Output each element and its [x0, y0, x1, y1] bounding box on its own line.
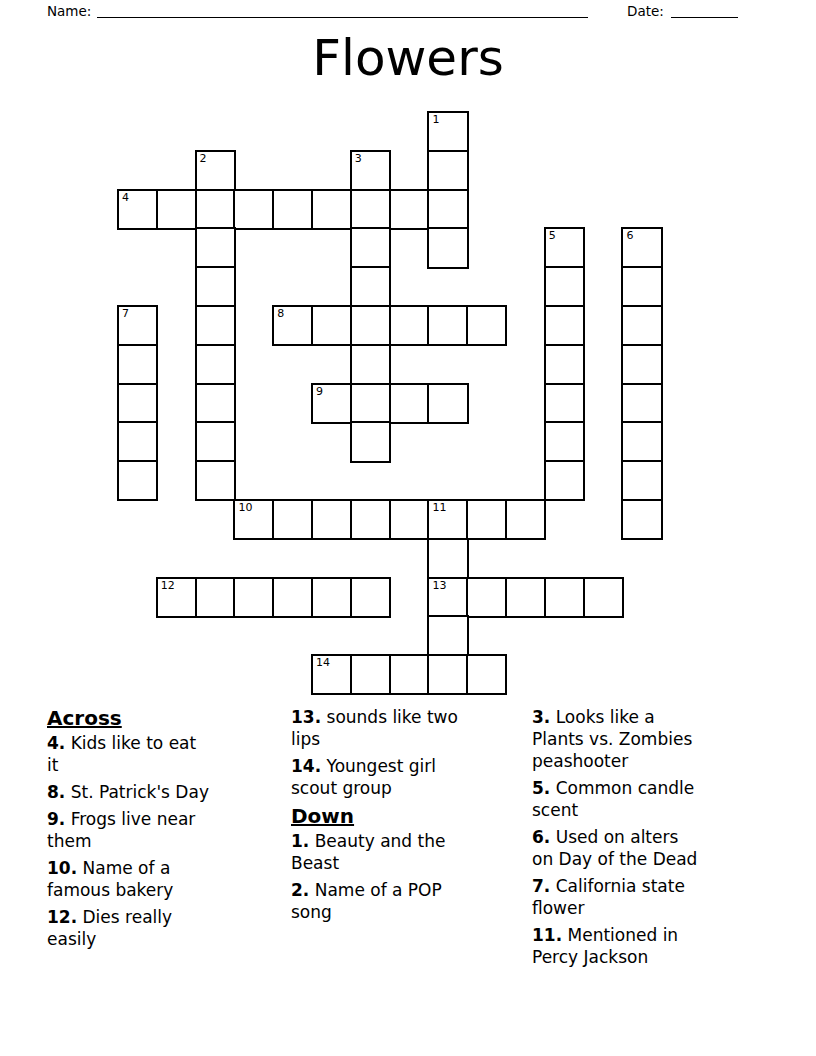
clue-across-14-line-2: scout group — [291, 777, 521, 799]
clue-number-label: 3. — [532, 707, 550, 727]
grid-cell-r7c13[interactable] — [621, 383, 662, 424]
grid-cell-r2c5[interactable] — [311, 189, 352, 230]
clue-across-9-line-1: 9. Frogs live near — [47, 808, 267, 830]
grid-cell-r7c6[interactable] — [350, 383, 391, 424]
grid-cell-r7c8[interactable] — [427, 383, 468, 424]
grid-cell-r9c0[interactable] — [117, 460, 158, 501]
clue-across-4-line-2: it — [47, 754, 267, 776]
grid-cell-r2c7[interactable] — [389, 189, 430, 230]
clue-number-label: 9. — [47, 809, 65, 829]
grid-cell-r3c8[interactable] — [427, 227, 468, 268]
clue-across-9-line-2: them — [47, 830, 267, 852]
page-title: Flowers — [0, 30, 816, 86]
grid-cell-r12c6[interactable] — [350, 577, 391, 618]
grid-cell-r10c5[interactable] — [311, 499, 352, 540]
cell-number-9: 9 — [316, 386, 323, 398]
grid-cell-r9c2[interactable] — [195, 460, 236, 501]
clue-across-10-line-2: famous bakery — [47, 879, 267, 901]
grid-cell-r12c10[interactable] — [505, 577, 546, 618]
grid-cell-r10c13[interactable] — [621, 499, 662, 540]
grid-cell-r10c3[interactable]: 10 — [233, 499, 274, 540]
clue-down-7: 7. California stateflower — [532, 875, 767, 919]
grid-cell-r5c5[interactable] — [311, 305, 352, 346]
grid-cell-r5c0[interactable]: 7 — [117, 305, 158, 346]
grid-cell-r12c1[interactable]: 12 — [156, 577, 197, 618]
clue-down-3-line-1: 3. Looks like a — [532, 706, 767, 728]
grid-cell-r2c4[interactable] — [272, 189, 313, 230]
grid-cell-r5c4[interactable]: 8 — [272, 305, 313, 346]
across-heading: Across — [47, 706, 267, 730]
name-input-line[interactable] — [97, 2, 588, 18]
grid-cell-r10c6[interactable] — [350, 499, 391, 540]
clue-down-6: 6. Used on alterson Day of the Dead — [532, 826, 767, 870]
clue-down-1: 1. Beauty and theBeast — [291, 830, 521, 874]
grid-cell-r14c9[interactable] — [466, 654, 507, 695]
grid-cell-r4c6[interactable] — [350, 266, 391, 307]
grid-cell-r3c11[interactable]: 5 — [544, 227, 585, 268]
clue-across-10-line-1: 10. Name of a — [47, 857, 267, 879]
grid-cell-r2c8[interactable] — [427, 189, 468, 230]
grid-cell-r1c6[interactable]: 3 — [350, 150, 391, 191]
clue-across-13-line-1: 13. sounds like two — [291, 706, 521, 728]
grid-cell-r0c8[interactable]: 1 — [427, 111, 468, 152]
clue-down-1-line-2: Beast — [291, 852, 521, 874]
grid-cell-r10c9[interactable] — [466, 499, 507, 540]
cell-number-12: 12 — [161, 580, 175, 592]
grid-cell-r12c8[interactable]: 13 — [427, 577, 468, 618]
clue-across-12-line-1: 12. Dies really — [47, 906, 267, 928]
grid-cell-r8c2[interactable] — [195, 421, 236, 462]
cell-number-7: 7 — [122, 308, 129, 320]
grid-cell-r5c6[interactable] — [350, 305, 391, 346]
grid-cell-r6c6[interactable] — [350, 344, 391, 385]
grid-cell-r9c11[interactable] — [544, 460, 585, 501]
cell-number-5: 5 — [549, 230, 556, 242]
date-input-line[interactable] — [671, 2, 738, 18]
grid-cell-r7c7[interactable] — [389, 383, 430, 424]
clue-number-label: 14. — [291, 756, 321, 776]
clue-across-8-line-1: 8. St. Patrick's Day — [47, 781, 267, 803]
cell-number-10: 10 — [238, 502, 252, 514]
cell-number-3: 3 — [355, 153, 362, 165]
clue-across-4: 4. Kids like to eatit — [47, 732, 267, 776]
grid-cell-r8c13[interactable] — [621, 421, 662, 462]
clue-down-2: 2. Name of a POPsong — [291, 879, 521, 923]
grid-cell-r6c11[interactable] — [544, 344, 585, 385]
clue-across-14-line-1: 14. Youngest girl — [291, 755, 521, 777]
grid-cell-r3c2[interactable] — [195, 227, 236, 268]
clue-down-3-line-3: peashooter — [532, 750, 767, 772]
cell-number-2: 2 — [200, 153, 207, 165]
clue-down-7-line-1: 7. California state — [532, 875, 767, 897]
grid-cell-r8c0[interactable] — [117, 421, 158, 462]
grid-cell-r6c2[interactable] — [195, 344, 236, 385]
name-label: Name: — [47, 3, 91, 19]
clue-number-label: 2. — [291, 880, 309, 900]
grid-cell-r5c11[interactable] — [544, 305, 585, 346]
grid-cell-r12c12[interactable] — [583, 577, 624, 618]
grid-cell-r4c2[interactable] — [195, 266, 236, 307]
clue-down-11: 11. Mentioned inPercy Jackson — [532, 924, 767, 968]
grid-cell-r14c5[interactable]: 14 — [311, 654, 352, 695]
cell-number-14: 14 — [316, 657, 330, 669]
clue-number-label: 6. — [532, 827, 550, 847]
grid-cell-r5c2[interactable] — [195, 305, 236, 346]
clue-down-3-line-2: Plants vs. Zombies — [532, 728, 767, 750]
clue-number-label: 13. — [291, 707, 321, 727]
clue-number-label: 7. — [532, 876, 550, 896]
clue-number-label: 4. — [47, 733, 65, 753]
clue-down-11-line-2: Percy Jackson — [532, 946, 767, 968]
grid-cell-r2c0[interactable]: 4 — [117, 189, 158, 230]
grid-cell-r12c3[interactable] — [233, 577, 274, 618]
grid-cell-r3c13[interactable]: 6 — [621, 227, 662, 268]
grid-cell-r7c0[interactable] — [117, 383, 158, 424]
grid-cell-r4c13[interactable] — [621, 266, 662, 307]
grid-cell-r5c13[interactable] — [621, 305, 662, 346]
clue-down-2-line-2: song — [291, 901, 521, 923]
grid-cell-r12c11[interactable] — [544, 577, 585, 618]
cell-number-6: 6 — [626, 230, 633, 242]
clue-across-14: 14. Youngest girlscout group — [291, 755, 521, 799]
clue-across-13-line-2: lips — [291, 728, 521, 750]
grid-cell-r12c9[interactable] — [466, 577, 507, 618]
crossword-grid: 1234567891011121314 — [117, 111, 663, 696]
grid-cell-r10c7[interactable] — [389, 499, 430, 540]
clue-down-6-line-1: 6. Used on alters — [532, 826, 767, 848]
grid-cell-r2c3[interactable] — [233, 189, 274, 230]
clue-column-middle: 13. sounds like twolips14. Youngest girl… — [291, 706, 521, 928]
clue-number-label: 5. — [532, 778, 550, 798]
clue-number-label: 10. — [47, 858, 77, 878]
date-label: Date: — [627, 3, 664, 19]
grid-cell-r2c1[interactable] — [156, 189, 197, 230]
grid-cell-r5c9[interactable] — [466, 305, 507, 346]
clue-across-10: 10. Name of afamous bakery — [47, 857, 267, 901]
grid-cell-r5c7[interactable] — [389, 305, 430, 346]
grid-cell-r9c13[interactable] — [621, 460, 662, 501]
grid-cell-r12c2[interactable] — [195, 577, 236, 618]
clue-across-12-line-2: easily — [47, 928, 267, 950]
grid-cell-r14c6[interactable] — [350, 654, 391, 695]
down-heading: Down — [291, 804, 521, 828]
grid-cell-r7c2[interactable] — [195, 383, 236, 424]
clue-down-5-line-1: 5. Common candle — [532, 777, 767, 799]
grid-cell-r14c7[interactable] — [389, 654, 430, 695]
grid-cell-r13c8[interactable] — [427, 615, 468, 656]
cell-number-11: 11 — [432, 502, 446, 514]
clue-across-9: 9. Frogs live nearthem — [47, 808, 267, 852]
clue-across-12: 12. Dies reallyeasily — [47, 906, 267, 950]
clue-number-label: 12. — [47, 907, 77, 927]
grid-cell-r1c2[interactable]: 2 — [195, 150, 236, 191]
grid-cell-r6c13[interactable] — [621, 344, 662, 385]
grid-cell-r7c11[interactable] — [544, 383, 585, 424]
grid-cell-r2c6[interactable] — [350, 189, 391, 230]
grid-cell-r3c6[interactable] — [350, 227, 391, 268]
clue-down-5-line-2: scent — [532, 799, 767, 821]
cell-number-13: 13 — [432, 580, 446, 592]
clue-number-label: 8. — [47, 782, 65, 802]
clue-number-label: 1. — [291, 831, 309, 851]
clue-across-8: 8. St. Patrick's Day — [47, 781, 267, 803]
grid-cell-r11c8[interactable] — [427, 538, 468, 579]
clue-down-11-line-1: 11. Mentioned in — [532, 924, 767, 946]
clue-number-label: 11. — [532, 925, 562, 945]
clue-column-right: 3. Looks like aPlants vs. Zombiespeashoo… — [532, 706, 767, 973]
clue-down-3: 3. Looks like aPlants vs. Zombiespeashoo… — [532, 706, 767, 772]
clue-column-left: Across4. Kids like to eatit8. St. Patric… — [47, 706, 267, 955]
grid-cell-r4c11[interactable] — [544, 266, 585, 307]
grid-cell-r8c6[interactable] — [350, 421, 391, 462]
clue-down-5: 5. Common candlescent — [532, 777, 767, 821]
clue-down-7-line-2: flower — [532, 897, 767, 919]
grid-cell-r10c4[interactable] — [272, 499, 313, 540]
cell-number-8: 8 — [277, 308, 284, 320]
clue-down-2-line-1: 2. Name of a POP — [291, 879, 521, 901]
grid-cell-r12c4[interactable] — [272, 577, 313, 618]
cell-number-1: 1 — [432, 114, 439, 126]
clue-across-4-line-1: 4. Kids like to eat — [47, 732, 267, 754]
grid-cell-r2c2[interactable] — [195, 189, 236, 230]
grid-cell-r5c8[interactable] — [427, 305, 468, 346]
grid-cell-r1c8[interactable] — [427, 150, 468, 191]
cell-number-4: 4 — [122, 192, 129, 204]
clue-down-6-line-2: on Day of the Dead — [532, 848, 767, 870]
grid-cell-r10c10[interactable] — [505, 499, 546, 540]
grid-cell-r7c5[interactable]: 9 — [311, 383, 352, 424]
grid-cell-r10c8[interactable]: 11 — [427, 499, 468, 540]
grid-cell-r14c8[interactable] — [427, 654, 468, 695]
grid-cell-r12c5[interactable] — [311, 577, 352, 618]
clue-across-13: 13. sounds like twolips — [291, 706, 521, 750]
grid-cell-r6c0[interactable] — [117, 344, 158, 385]
clue-down-1-line-1: 1. Beauty and the — [291, 830, 521, 852]
grid-cell-r8c11[interactable] — [544, 421, 585, 462]
